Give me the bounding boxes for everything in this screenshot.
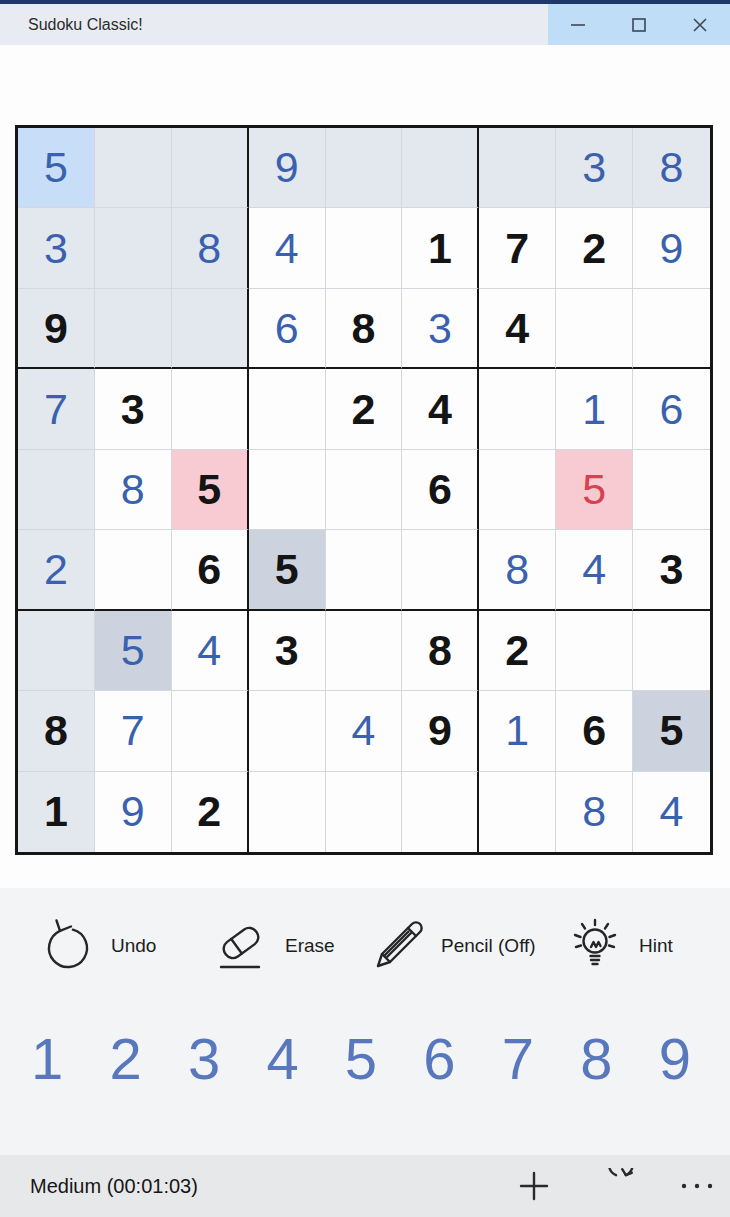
sudoku-cell-r4c9[interactable]: 6 xyxy=(633,369,710,449)
numpad-digit-5[interactable]: 5 xyxy=(322,1012,400,1104)
sudoku-cell-r8c1[interactable]: 8 xyxy=(18,691,95,771)
difficulty-timer-label: Medium (00:01:03) xyxy=(30,1155,198,1217)
restart-button[interactable] xyxy=(600,1155,644,1217)
sudoku-cell-r5c1[interactable] xyxy=(18,450,95,530)
sudoku-cell-r4c7[interactable] xyxy=(479,369,556,449)
restart-icon xyxy=(604,1168,640,1204)
sudoku-cell-r9c7[interactable] xyxy=(479,772,556,852)
status-bar: Medium (00:01:03) xyxy=(0,1155,730,1217)
more-icon xyxy=(680,1180,714,1192)
window-title: Sudoku Classic! xyxy=(28,4,143,45)
erase-label: Erase xyxy=(285,935,335,957)
sudoku-cell-r1c4[interactable]: 9 xyxy=(249,128,326,208)
sudoku-cell-r9c5[interactable] xyxy=(326,772,403,852)
numpad-digit-1[interactable]: 1 xyxy=(8,1012,86,1104)
sudoku-cell-r6c7[interactable]: 8 xyxy=(479,530,556,610)
sudoku-cell-r1c8[interactable]: 3 xyxy=(556,128,633,208)
sudoku-cell-r3c3[interactable] xyxy=(172,289,249,369)
sudoku-cell-r2c3[interactable]: 8 xyxy=(172,208,249,288)
sudoku-cell-r2c9[interactable]: 9 xyxy=(633,208,710,288)
close-icon xyxy=(692,17,708,33)
sudoku-cell-r9c9[interactable]: 4 xyxy=(633,772,710,852)
sudoku-cell-r3c6[interactable]: 3 xyxy=(402,289,479,369)
numpad-digit-2[interactable]: 2 xyxy=(86,1012,164,1104)
sudoku-cell-r3c2[interactable] xyxy=(95,289,172,369)
sudoku-cell-r7c2[interactable]: 5 xyxy=(95,611,172,691)
sudoku-cell-r2c7[interactable]: 7 xyxy=(479,208,556,288)
sudoku-cell-r4c4[interactable] xyxy=(249,369,326,449)
sudoku-cell-r6c5[interactable] xyxy=(326,530,403,610)
new-game-button[interactable] xyxy=(512,1155,556,1217)
undo-icon xyxy=(40,918,96,974)
sudoku-cell-r2c1[interactable]: 3 xyxy=(18,208,95,288)
sudoku-cell-r5c5[interactable] xyxy=(326,450,403,530)
sudoku-cell-r2c4[interactable]: 4 xyxy=(249,208,326,288)
numpad-digit-4[interactable]: 4 xyxy=(243,1012,321,1104)
numpad-digit-3[interactable]: 3 xyxy=(165,1012,243,1104)
lightbulb-icon xyxy=(566,917,624,975)
hint-button[interactable]: Hint xyxy=(566,900,673,992)
sudoku-cell-r8c3[interactable] xyxy=(172,691,249,771)
eraser-icon xyxy=(214,918,270,974)
sudoku-cell-r5c9[interactable] xyxy=(633,450,710,530)
sudoku-cell-r5c6[interactable]: 6 xyxy=(402,450,479,530)
sudoku-cell-r9c4[interactable] xyxy=(249,772,326,852)
sudoku-cell-r8c5[interactable]: 4 xyxy=(326,691,403,771)
sudoku-cell-r4c5[interactable]: 2 xyxy=(326,369,403,449)
sudoku-cell-r5c4[interactable] xyxy=(249,450,326,530)
sudoku-cell-r4c8[interactable]: 1 xyxy=(556,369,633,449)
sudoku-cell-r7c7[interactable]: 2 xyxy=(479,611,556,691)
sudoku-cell-r3c7[interactable]: 4 xyxy=(479,289,556,369)
sudoku-cell-r2c2[interactable] xyxy=(95,208,172,288)
sudoku-cell-r1c2[interactable] xyxy=(95,128,172,208)
sudoku-cell-r3c1[interactable]: 9 xyxy=(18,289,95,369)
sudoku-cell-r9c8[interactable]: 8 xyxy=(556,772,633,852)
more-button[interactable] xyxy=(675,1155,719,1217)
sudoku-cell-r9c6[interactable] xyxy=(402,772,479,852)
erase-button[interactable]: Erase xyxy=(214,900,335,992)
sudoku-cell-r6c6[interactable] xyxy=(402,530,479,610)
sudoku-cell-r1c3[interactable] xyxy=(172,128,249,208)
undo-button[interactable]: Undo xyxy=(40,900,156,992)
sudoku-cell-r7c5[interactable] xyxy=(326,611,403,691)
numpad-digit-8[interactable]: 8 xyxy=(557,1012,635,1104)
bottom-panel: Undo Erase xyxy=(0,888,730,1155)
undo-label: Undo xyxy=(111,935,156,957)
sudoku-cell-r5c7[interactable] xyxy=(479,450,556,530)
sudoku-cell-r4c6[interactable]: 4 xyxy=(402,369,479,449)
numpad-digit-6[interactable]: 6 xyxy=(400,1012,478,1104)
sudoku-cell-r7c1[interactable] xyxy=(18,611,95,691)
sudoku-cell-r8c4[interactable] xyxy=(249,691,326,771)
sudoku-cell-r3c9[interactable] xyxy=(633,289,710,369)
sudoku-cell-r8c2[interactable]: 7 xyxy=(95,691,172,771)
sudoku-cell-r4c1[interactable]: 7 xyxy=(18,369,95,449)
sudoku-cell-r7c3[interactable]: 4 xyxy=(172,611,249,691)
sudoku-cell-r4c3[interactable] xyxy=(172,369,249,449)
sudoku-cell-r5c8[interactable]: 5 xyxy=(556,450,633,530)
sudoku-cell-r3c4[interactable]: 6 xyxy=(249,289,326,369)
hint-label: Hint xyxy=(639,935,673,957)
close-button[interactable] xyxy=(680,4,720,45)
number-pad: 123456789 xyxy=(8,1012,714,1104)
sudoku-cell-r2c6[interactable]: 1 xyxy=(402,208,479,288)
sudoku-cell-r9c2[interactable]: 9 xyxy=(95,772,172,852)
minimize-button[interactable] xyxy=(558,4,598,45)
pencil-icon xyxy=(370,918,426,974)
sudoku-cell-r1c5[interactable] xyxy=(326,128,403,208)
sudoku-cell-r6c1[interactable]: 2 xyxy=(18,530,95,610)
sudoku-cell-r1c6[interactable] xyxy=(402,128,479,208)
sudoku-cell-r7c9[interactable] xyxy=(633,611,710,691)
sudoku-cell-r1c1[interactable]: 5 xyxy=(18,128,95,208)
title-bar: Sudoku Classic! xyxy=(0,4,730,45)
sudoku-cell-r7c8[interactable] xyxy=(556,611,633,691)
sudoku-cell-r4c2[interactable]: 3 xyxy=(95,369,172,449)
pencil-button[interactable]: Pencil (Off) xyxy=(370,900,536,992)
sudoku-cell-r9c1[interactable]: 1 xyxy=(18,772,95,852)
sudoku-cell-r9c3[interactable]: 2 xyxy=(172,772,249,852)
sudoku-cell-r3c5[interactable]: 8 xyxy=(326,289,403,369)
sudoku-cell-r8c7[interactable]: 1 xyxy=(479,691,556,771)
maximize-icon xyxy=(631,17,647,33)
app-window: Sudoku Classic! 593838417299683473241685… xyxy=(0,0,730,1217)
window-controls xyxy=(548,4,730,45)
sudoku-cell-r3c8[interactable] xyxy=(556,289,633,369)
sudoku-cell-r6c3[interactable]: 6 xyxy=(172,530,249,610)
plus-icon xyxy=(519,1171,549,1201)
sudoku-cell-r2c5[interactable] xyxy=(326,208,403,288)
sudoku-cell-r1c7[interactable] xyxy=(479,128,556,208)
sudoku-cell-r6c2[interactable] xyxy=(95,530,172,610)
sudoku-cell-r1c9[interactable]: 8 xyxy=(633,128,710,208)
sudoku-cell-r2c8[interactable]: 2 xyxy=(556,208,633,288)
numpad-digit-9[interactable]: 9 xyxy=(636,1012,714,1104)
toolbar: Undo Erase xyxy=(0,900,730,992)
sudoku-cell-r6c9[interactable]: 3 xyxy=(633,530,710,610)
sudoku-cell-r8c6[interactable]: 9 xyxy=(402,691,479,771)
pencil-label: Pencil (Off) xyxy=(441,935,536,957)
sudoku-cell-r5c2[interactable]: 8 xyxy=(95,450,172,530)
sudoku-cell-r7c4[interactable]: 3 xyxy=(249,611,326,691)
sudoku-cell-r8c9[interactable]: 5 xyxy=(633,691,710,771)
maximize-button[interactable] xyxy=(619,4,659,45)
sudoku-cell-r6c8[interactable]: 4 xyxy=(556,530,633,610)
sudoku-cell-r8c8[interactable]: 6 xyxy=(556,691,633,771)
numpad-digit-7[interactable]: 7 xyxy=(479,1012,557,1104)
minimize-icon xyxy=(570,17,586,33)
sudoku-cell-r7c6[interactable]: 8 xyxy=(402,611,479,691)
sudoku-board: 5938384172996834732416856526584354382874… xyxy=(15,125,713,855)
sudoku-cell-r5c3[interactable]: 5 xyxy=(172,450,249,530)
sudoku-cell-r6c4[interactable]: 5 xyxy=(249,530,326,610)
